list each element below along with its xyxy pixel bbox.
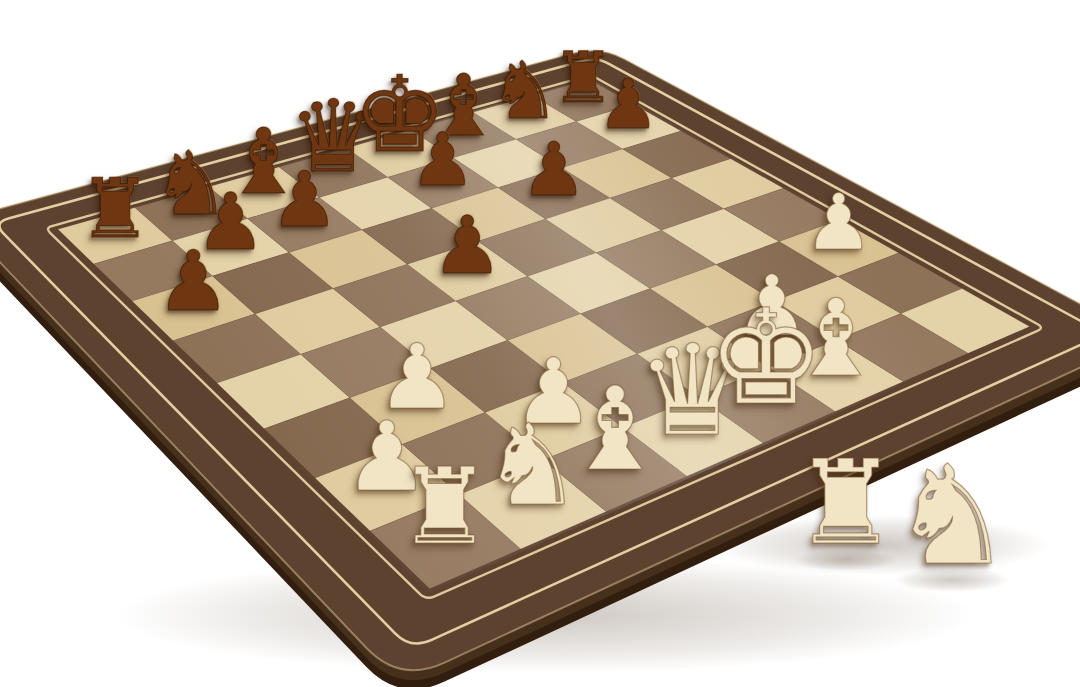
offboard-piece-white-knight[interactable]: ♞ [891,447,1014,584]
piece-white-pawn-h3[interactable]: ♟ [804,184,873,261]
piece-black-pawn-h7[interactable]: ♟ [598,70,660,139]
piece-black-pawn-c7[interactable]: ♟ [270,162,339,239]
offboard-piece-white-rook[interactable]: ♜ [794,445,898,561]
piece-white-bishop-f1[interactable]: ♝ [788,286,883,392]
piece-black-rook-a8[interactable]: ♜ [78,168,152,250]
piece-black-pawn-e7[interactable]: ♟ [410,123,476,196]
piece-black-pawn-f6[interactable]: ♟ [521,133,587,207]
piece-black-pawn-a6[interactable]: ♟ [156,240,231,323]
piece-black-knight-g8[interactable]: ♞ [489,51,560,130]
piece-black-pawn-d5[interactable]: ♟ [432,205,504,285]
product-photo-scene: ♜♞♝♛♚♝♞♜♟♟♟♟♟♟♟♟♟♟♟♟♜♞♝♛♚♝♜♞ [0,0,1080,687]
piece-white-rook-a1[interactable]: ♜ [398,454,492,559]
